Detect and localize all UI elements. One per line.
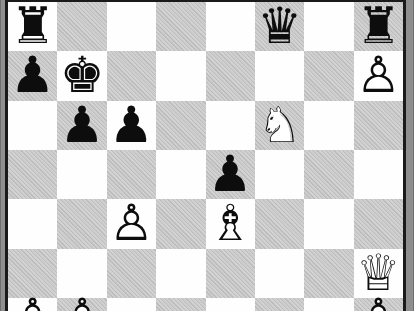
- square-e4[interactable]: ♝♗: [206, 199, 255, 248]
- piece-black-pawn-c6[interactable]: ♟: [107, 101, 156, 150]
- square-b7[interactable]: ♚: [57, 51, 106, 100]
- square-g2[interactable]: [304, 298, 353, 311]
- chess-diagram: ♜♛♜♟♚♟♙♟♟♞♘♟♟♙♝♗♛♕♟♙♟♙♟♙: [0, 0, 414, 311]
- piece-black-pawn-a7[interactable]: ♟: [8, 51, 57, 100]
- square-e2[interactable]: [206, 298, 255, 311]
- square-f5[interactable]: [255, 150, 304, 199]
- square-c6[interactable]: ♟: [107, 101, 156, 150]
- square-h5[interactable]: [354, 150, 403, 199]
- piece-black-queen-f8[interactable]: ♛: [255, 2, 304, 51]
- pawn-icon: ♟: [107, 101, 156, 150]
- square-f8[interactable]: ♛: [255, 2, 304, 51]
- piece-black-pawn-e5[interactable]: ♟: [206, 150, 255, 199]
- rook-icon: ♜: [8, 2, 57, 51]
- piece-white-pawn-h2[interactable]: ♟♙: [354, 298, 403, 311]
- square-a2[interactable]: ♟♙: [8, 298, 57, 311]
- queen-icon: ♛: [255, 2, 304, 51]
- square-f4[interactable]: [255, 199, 304, 248]
- piece-white-bishop-e4[interactable]: ♝♗: [206, 199, 255, 248]
- square-h2[interactable]: ♟♙: [354, 298, 403, 311]
- square-c2[interactable]: [107, 298, 156, 311]
- pawn-icon: ♙: [354, 293, 403, 311]
- piece-white-pawn-c4[interactable]: ♟♙: [107, 199, 156, 248]
- chess-board[interactable]: ♜♛♜♟♚♟♙♟♟♞♘♟♟♙♝♗♛♕♟♙♟♙♟♙: [8, 2, 403, 311]
- square-a4[interactable]: [8, 199, 57, 248]
- piece-black-king-b7[interactable]: ♚: [57, 51, 106, 100]
- square-e7[interactable]: [206, 51, 255, 100]
- piece-white-pawn-h7[interactable]: ♟♙: [354, 51, 403, 100]
- square-b5[interactable]: [57, 150, 106, 199]
- king-icon: ♚: [57, 51, 106, 100]
- square-a5[interactable]: [8, 150, 57, 199]
- pawn-icon: ♙: [8, 293, 57, 311]
- square-a6[interactable]: [8, 101, 57, 150]
- knight-icon: ♘: [255, 101, 304, 150]
- piece-black-rook-a8[interactable]: ♜: [8, 2, 57, 51]
- square-d3[interactable]: [156, 249, 205, 298]
- pawn-icon: ♙: [57, 293, 106, 311]
- square-d8[interactable]: [156, 2, 205, 51]
- square-b2[interactable]: ♟♙: [57, 298, 106, 311]
- square-a8[interactable]: ♜: [8, 2, 57, 51]
- square-c8[interactable]: [107, 2, 156, 51]
- square-g5[interactable]: [304, 150, 353, 199]
- square-b8[interactable]: [57, 2, 106, 51]
- square-c5[interactable]: [107, 150, 156, 199]
- piece-black-rook-h8[interactable]: ♜: [354, 2, 403, 51]
- piece-white-knight-f6[interactable]: ♞♘: [255, 101, 304, 150]
- square-f2[interactable]: [255, 298, 304, 311]
- square-g8[interactable]: [304, 2, 353, 51]
- square-f3[interactable]: [255, 249, 304, 298]
- square-f6[interactable]: ♞♘: [255, 101, 304, 150]
- square-c4[interactable]: ♟♙: [107, 199, 156, 248]
- square-e5[interactable]: ♟: [206, 150, 255, 199]
- square-d5[interactable]: [156, 150, 205, 199]
- square-h7[interactable]: ♟♙: [354, 51, 403, 100]
- pawn-icon: ♟: [8, 51, 57, 100]
- square-c3[interactable]: [107, 249, 156, 298]
- square-d4[interactable]: [156, 199, 205, 248]
- bishop-icon: ♗: [206, 199, 255, 248]
- board-frame-right: [406, 0, 414, 311]
- square-g6[interactable]: [304, 101, 353, 150]
- piece-white-pawn-b2[interactable]: ♟♙: [57, 298, 106, 311]
- square-g3[interactable]: [304, 249, 353, 298]
- square-a7[interactable]: ♟: [8, 51, 57, 100]
- piece-white-pawn-a2[interactable]: ♟♙: [8, 298, 57, 311]
- piece-black-pawn-b6[interactable]: ♟: [57, 101, 106, 150]
- square-h4[interactable]: [354, 199, 403, 248]
- pawn-icon: ♙: [107, 199, 156, 248]
- square-f7[interactable]: [255, 51, 304, 100]
- square-d2[interactable]: [156, 298, 205, 311]
- square-g7[interactable]: [304, 51, 353, 100]
- square-b4[interactable]: [57, 199, 106, 248]
- square-d6[interactable]: [156, 101, 205, 150]
- square-b6[interactable]: ♟: [57, 101, 106, 150]
- square-g4[interactable]: [304, 199, 353, 248]
- pawn-icon: ♟: [57, 101, 106, 150]
- square-e3[interactable]: [206, 249, 255, 298]
- square-d7[interactable]: [156, 51, 205, 100]
- pawn-icon: ♟: [206, 150, 255, 199]
- square-e8[interactable]: [206, 2, 255, 51]
- square-h8[interactable]: ♜: [354, 2, 403, 51]
- square-c7[interactable]: [107, 51, 156, 100]
- square-h6[interactable]: [354, 101, 403, 150]
- square-e6[interactable]: [206, 101, 255, 150]
- rook-icon: ♜: [354, 2, 403, 51]
- pawn-icon: ♙: [354, 51, 403, 100]
